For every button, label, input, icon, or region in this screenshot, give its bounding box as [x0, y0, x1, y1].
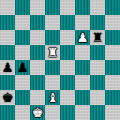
square-d7[interactable] [45, 15, 60, 30]
square-e4[interactable] [60, 60, 75, 75]
square-a5[interactable] [0, 45, 15, 60]
square-f1[interactable] [75, 105, 90, 120]
square-g4[interactable] [90, 60, 105, 75]
white-king[interactable]: ♚ [32, 105, 44, 120]
square-h6[interactable] [105, 30, 120, 45]
square-e7[interactable] [60, 15, 75, 30]
black-pawn[interactable]: ♟ [2, 60, 14, 75]
square-a3[interactable] [0, 75, 15, 90]
square-e8[interactable] [60, 0, 75, 15]
square-b5[interactable] [15, 45, 30, 60]
square-a7[interactable] [0, 15, 15, 30]
square-f3[interactable] [75, 75, 90, 90]
square-g7[interactable] [90, 15, 105, 30]
black-king[interactable]: ♚ [2, 90, 14, 105]
square-d2[interactable]: ♝ [45, 90, 60, 105]
square-b7[interactable] [15, 15, 30, 30]
square-f8[interactable] [75, 0, 90, 15]
square-a1[interactable] [0, 105, 15, 120]
square-d8[interactable] [45, 0, 60, 15]
square-g1[interactable] [90, 105, 105, 120]
chess-board: ♟♜♜♟♟♚♝♚ [0, 0, 120, 120]
square-e5[interactable] [60, 45, 75, 60]
square-g3[interactable] [90, 75, 105, 90]
square-b8[interactable] [15, 0, 30, 15]
square-a2[interactable]: ♚ [0, 90, 15, 105]
black-pawn[interactable]: ♟ [17, 60, 29, 75]
square-a6[interactable] [0, 30, 15, 45]
square-b6[interactable] [15, 30, 30, 45]
white-pawn[interactable]: ♟ [77, 30, 89, 45]
square-c5[interactable] [30, 45, 45, 60]
square-h8[interactable] [105, 0, 120, 15]
black-rook[interactable]: ♜ [92, 30, 104, 45]
square-h1[interactable] [105, 105, 120, 120]
square-e1[interactable] [60, 105, 75, 120]
square-h3[interactable] [105, 75, 120, 90]
square-f6[interactable]: ♟ [75, 30, 90, 45]
square-c1[interactable]: ♚ [30, 105, 45, 120]
chess-app: ♟♜♜♟♟♚♝♚ [0, 0, 120, 120]
square-h4[interactable] [105, 60, 120, 75]
square-c8[interactable] [30, 0, 45, 15]
square-b3[interactable] [15, 75, 30, 90]
square-e2[interactable] [60, 90, 75, 105]
square-a4[interactable]: ♟ [0, 60, 15, 75]
square-g8[interactable] [90, 0, 105, 15]
square-f7[interactable] [75, 15, 90, 30]
square-b2[interactable] [15, 90, 30, 105]
square-e6[interactable] [60, 30, 75, 45]
square-a8[interactable] [0, 0, 15, 15]
square-e3[interactable] [60, 75, 75, 90]
square-c7[interactable] [30, 15, 45, 30]
square-c6[interactable] [30, 30, 45, 45]
square-d5[interactable]: ♜ [45, 45, 60, 60]
square-d6[interactable] [45, 30, 60, 45]
square-h7[interactable] [105, 15, 120, 30]
square-h2[interactable] [105, 90, 120, 105]
square-f5[interactable] [75, 45, 90, 60]
square-g2[interactable] [90, 90, 105, 105]
square-d3[interactable] [45, 75, 60, 90]
square-b1[interactable] [15, 105, 30, 120]
white-bishop[interactable]: ♝ [47, 90, 59, 105]
square-f2[interactable] [75, 90, 90, 105]
square-g6[interactable]: ♜ [90, 30, 105, 45]
square-h5[interactable] [105, 45, 120, 60]
square-d4[interactable] [45, 60, 60, 75]
square-g5[interactable] [90, 45, 105, 60]
square-b4[interactable]: ♟ [15, 60, 30, 75]
square-f4[interactable] [75, 60, 90, 75]
white-rook[interactable]: ♜ [47, 45, 59, 60]
square-c4[interactable] [30, 60, 45, 75]
square-d1[interactable] [45, 105, 60, 120]
square-c3[interactable] [30, 75, 45, 90]
square-c2[interactable] [30, 90, 45, 105]
